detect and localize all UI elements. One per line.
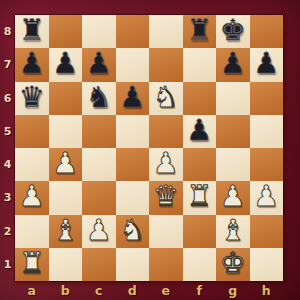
square-h7[interactable]: ♟ bbox=[250, 48, 284, 81]
white-pawn[interactable]: ♟ bbox=[253, 182, 279, 211]
square-b8[interactable] bbox=[49, 15, 83, 48]
white-knight[interactable]: ♞ bbox=[119, 216, 145, 245]
white-queen[interactable]: ♛ bbox=[153, 182, 179, 211]
square-a6[interactable]: ♛ bbox=[15, 82, 49, 115]
square-d8[interactable] bbox=[116, 15, 150, 48]
square-f8[interactable]: ♜ bbox=[183, 15, 217, 48]
square-c7[interactable]: ♟ bbox=[82, 48, 116, 81]
rank-label-2: 2 bbox=[0, 215, 15, 248]
square-b2[interactable]: ♝ bbox=[49, 215, 83, 248]
black-knight[interactable]: ♞ bbox=[86, 83, 112, 112]
square-d2[interactable]: ♞ bbox=[116, 215, 150, 248]
square-b1[interactable] bbox=[49, 248, 83, 281]
square-a4[interactable] bbox=[15, 148, 49, 181]
square-d4[interactable] bbox=[116, 148, 150, 181]
white-pawn[interactable]: ♟ bbox=[52, 149, 78, 178]
square-d6[interactable]: ♟ bbox=[116, 82, 150, 115]
white-rook[interactable]: ♜ bbox=[186, 182, 212, 211]
square-g7[interactable]: ♟ bbox=[216, 48, 250, 81]
square-a1[interactable]: ♜ bbox=[15, 248, 49, 281]
rank-label-4: 4 bbox=[0, 148, 15, 181]
square-b6[interactable] bbox=[49, 82, 83, 115]
square-a2[interactable] bbox=[15, 215, 49, 248]
black-king[interactable]: ♚ bbox=[220, 16, 246, 45]
square-c8[interactable] bbox=[82, 15, 116, 48]
square-e3[interactable]: ♛ bbox=[149, 181, 183, 214]
square-c1[interactable] bbox=[82, 248, 116, 281]
rank-label-8: 8 bbox=[0, 15, 15, 48]
black-rook[interactable]: ♜ bbox=[186, 16, 212, 45]
square-g1[interactable]: ♚ bbox=[216, 248, 250, 281]
square-g8[interactable]: ♚ bbox=[216, 15, 250, 48]
rank-label-3: 3 bbox=[0, 181, 15, 214]
square-a7[interactable]: ♟ bbox=[15, 48, 49, 81]
black-pawn[interactable]: ♟ bbox=[52, 49, 78, 78]
rank-label-7: 7 bbox=[0, 48, 15, 81]
square-d7[interactable] bbox=[116, 48, 150, 81]
square-h2[interactable] bbox=[250, 215, 284, 248]
square-e7[interactable] bbox=[149, 48, 183, 81]
black-pawn[interactable]: ♟ bbox=[86, 49, 112, 78]
square-f4[interactable] bbox=[183, 148, 217, 181]
square-g3[interactable]: ♟ bbox=[216, 181, 250, 214]
white-knight[interactable]: ♞ bbox=[153, 83, 179, 112]
white-king[interactable]: ♚ bbox=[220, 249, 246, 278]
black-pawn[interactable]: ♟ bbox=[253, 49, 279, 78]
white-pawn[interactable]: ♟ bbox=[19, 182, 45, 211]
square-c3[interactable] bbox=[82, 181, 116, 214]
square-f1[interactable] bbox=[183, 248, 217, 281]
square-c2[interactable]: ♟ bbox=[82, 215, 116, 248]
white-pawn[interactable]: ♟ bbox=[220, 182, 246, 211]
square-g5[interactable] bbox=[216, 115, 250, 148]
square-d5[interactable] bbox=[116, 115, 150, 148]
square-e6[interactable]: ♞ bbox=[149, 82, 183, 115]
rank-label-1: 1 bbox=[0, 248, 15, 281]
file-label-c: c bbox=[82, 281, 116, 300]
square-a8[interactable]: ♜ bbox=[15, 15, 49, 48]
square-b7[interactable]: ♟ bbox=[49, 48, 83, 81]
square-b5[interactable] bbox=[49, 115, 83, 148]
rank-label-5: 5 bbox=[0, 115, 15, 148]
square-f5[interactable]: ♟ bbox=[183, 115, 217, 148]
square-g6[interactable] bbox=[216, 82, 250, 115]
square-a3[interactable]: ♟ bbox=[15, 181, 49, 214]
square-f6[interactable] bbox=[183, 82, 217, 115]
square-b4[interactable]: ♟ bbox=[49, 148, 83, 181]
square-f3[interactable]: ♜ bbox=[183, 181, 217, 214]
square-h3[interactable]: ♟ bbox=[250, 181, 284, 214]
file-labels: abcdefgh bbox=[15, 281, 283, 300]
chess-board[interactable]: ♜♜♚♟♟♟♟♟♛♞♟♞♟♟♟♟♛♜♟♟♝♟♞♝♜♚ bbox=[15, 15, 283, 281]
square-e4[interactable]: ♟ bbox=[149, 148, 183, 181]
square-e5[interactable] bbox=[149, 115, 183, 148]
white-pawn[interactable]: ♟ bbox=[86, 216, 112, 245]
black-pawn[interactable]: ♟ bbox=[220, 49, 246, 78]
black-rook[interactable]: ♜ bbox=[19, 16, 45, 45]
square-f2[interactable] bbox=[183, 215, 217, 248]
white-pawn[interactable]: ♟ bbox=[153, 149, 179, 178]
rank-labels: 87654321 bbox=[0, 15, 15, 281]
white-bishop[interactable]: ♝ bbox=[220, 216, 246, 245]
board-frame: 87654321 ♜♜♚♟♟♟♟♟♛♞♟♞♟♟♟♟♛♜♟♟♝♟♞♝♜♚ abcd… bbox=[0, 0, 300, 300]
file-label-d: d bbox=[116, 281, 150, 300]
square-h1[interactable] bbox=[250, 248, 284, 281]
square-h4[interactable] bbox=[250, 148, 284, 181]
square-g2[interactable]: ♝ bbox=[216, 215, 250, 248]
black-queen[interactable]: ♛ bbox=[19, 83, 45, 112]
black-pawn[interactable]: ♟ bbox=[19, 49, 45, 78]
file-label-a: a bbox=[15, 281, 49, 300]
square-g4[interactable] bbox=[216, 148, 250, 181]
square-d3[interactable] bbox=[116, 181, 150, 214]
square-h6[interactable] bbox=[250, 82, 284, 115]
square-f7[interactable] bbox=[183, 48, 217, 81]
rank-label-6: 6 bbox=[0, 82, 15, 115]
file-label-f: f bbox=[183, 281, 217, 300]
square-h8[interactable] bbox=[250, 15, 284, 48]
square-e2[interactable] bbox=[149, 215, 183, 248]
black-pawn[interactable]: ♟ bbox=[186, 116, 212, 145]
square-h5[interactable] bbox=[250, 115, 284, 148]
white-bishop[interactable]: ♝ bbox=[52, 216, 78, 245]
square-d1[interactable] bbox=[116, 248, 150, 281]
white-rook[interactable]: ♜ bbox=[19, 249, 45, 278]
square-e8[interactable] bbox=[149, 15, 183, 48]
file-label-b: b bbox=[49, 281, 83, 300]
file-label-g: g bbox=[216, 281, 250, 300]
square-c5[interactable] bbox=[82, 115, 116, 148]
file-label-e: e bbox=[149, 281, 183, 300]
square-a5[interactable] bbox=[15, 115, 49, 148]
square-c6[interactable]: ♞ bbox=[82, 82, 116, 115]
file-label-h: h bbox=[250, 281, 284, 300]
square-b3[interactable] bbox=[49, 181, 83, 214]
square-e1[interactable] bbox=[149, 248, 183, 281]
black-pawn[interactable]: ♟ bbox=[119, 83, 145, 112]
square-c4[interactable] bbox=[82, 148, 116, 181]
